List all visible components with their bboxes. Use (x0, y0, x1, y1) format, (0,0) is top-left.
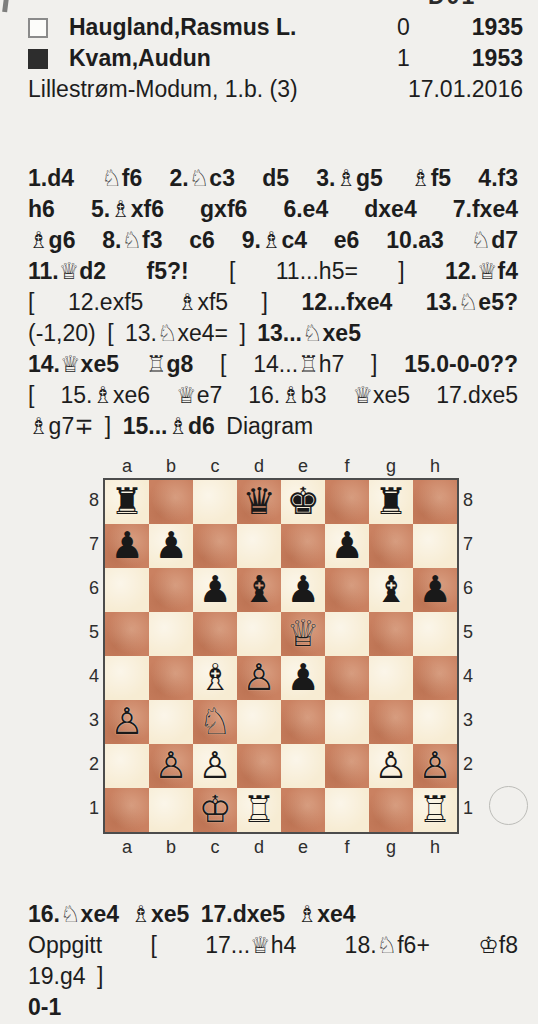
file-label: c (193, 455, 237, 477)
rank-label: 1 (85, 786, 103, 830)
piece-white-knight: ♘ (193, 700, 237, 744)
square-c3: ♘ (193, 700, 237, 744)
rank-label: 3 (459, 698, 477, 742)
piece-black-queen: ♛ (237, 480, 281, 524)
scan-edge-artifact (2, 0, 9, 12)
black-player-name: Kvam,Audun (69, 45, 397, 72)
square-h2: ♙ (413, 744, 457, 788)
notation-line: ♗g7∓ ] 15...♗d6 Diagram (28, 411, 518, 442)
square-f6 (325, 568, 369, 612)
square-h7 (413, 524, 457, 568)
notation-line: 11.♕d2 f5?! [ 11...h5= ] 12.♕f4 (28, 256, 518, 287)
rank-label: 5 (85, 610, 103, 654)
rank-label: 5 (459, 610, 477, 654)
square-d7 (237, 524, 281, 568)
mainline-moves: 15.0-0-0?? (404, 351, 518, 377)
rank-label: 7 (85, 522, 103, 566)
square-a8: ♜ (105, 480, 149, 524)
file-label: b (149, 836, 193, 858)
game-header: Haugland,Rasmus L. 0 1935 Kvam,Audun 1 1… (28, 12, 523, 103)
square-g5 (369, 612, 413, 656)
mainline-moves: ♗g6 8.♘f3 c6 9.♗c4 e6 10.a3 ♘d7 (28, 227, 518, 253)
square-c6: ♟ (193, 568, 237, 612)
piece-black-pawn: ♟ (149, 524, 193, 568)
square-c8 (193, 480, 237, 524)
mainline-moves: 0-1 (28, 994, 61, 1020)
variation-moves: ♗g7∓ ] (28, 413, 123, 439)
square-c2: ♙ (193, 744, 237, 788)
variation-moves: Oppgitt [ 17...♕h4 18.♘f6+ ♔f8 (28, 932, 518, 958)
square-g4 (369, 656, 413, 700)
square-c4: ♗ (193, 656, 237, 700)
file-label: d (237, 836, 281, 858)
file-label: c (193, 836, 237, 858)
square-c1: ♔ (193, 788, 237, 832)
square-d2 (237, 744, 281, 788)
rank-label: 8 (459, 478, 477, 522)
rank-labels-right: 87654321 (459, 478, 477, 834)
square-h4 (413, 656, 457, 700)
white-rating: 1935 (449, 14, 523, 41)
square-h8 (413, 480, 457, 524)
square-g3 (369, 700, 413, 744)
rank-label: 3 (85, 698, 103, 742)
square-f7: ♟ (325, 524, 369, 568)
notation-line: 1.d4 ♘f6 2.♘c3 d5 3.♗g5 ♗f5 4.f3 (28, 163, 518, 194)
square-c7 (193, 524, 237, 568)
file-label: h (413, 836, 457, 858)
rank-label: 2 (459, 742, 477, 786)
file-label: e (281, 455, 325, 477)
piece-black-bishop: ♝ (369, 568, 413, 612)
variation-moves: 19.g4 ] (28, 963, 103, 989)
rank-label: 6 (85, 566, 103, 610)
square-a6 (105, 568, 149, 612)
eco-code: D01 (428, 0, 488, 8)
notation-line: 14.♕xe5 ♖g8 [ 14...♖h7 ] 15.0-0-0?? (28, 349, 518, 380)
square-g2: ♙ (369, 744, 413, 788)
notation-line: [ 15.♗xe6 ♕e7 16.♗b3 ♕xe5 17.dxe5 (28, 380, 518, 411)
piece-white-pawn: ♙ (149, 744, 193, 788)
chess-board: ♜♛♚♜♟♟♟♟♝♟♝♟♕♗♙♟♙♘♙♙♙♙♔♖♖ (103, 478, 459, 834)
black-player-row: Kvam,Audun 1 1953 (28, 43, 523, 74)
variation-moves: (-1,20) [ 13.♘xe4= ] (28, 320, 257, 346)
notation-line: [ 12.exf5 ♗xf5 ] 12...fxe4 13.♘e5? (28, 287, 518, 318)
piece-white-pawn: ♙ (369, 744, 413, 788)
rank-label: 8 (85, 478, 103, 522)
piece-white-pawn: ♙ (237, 656, 281, 700)
notation-line: ♗g6 8.♘f3 c6 9.♗c4 e6 10.a3 ♘d7 (28, 225, 518, 256)
file-labels-top: abcdefgh (105, 455, 477, 477)
mainline-moves: 12.♕f4 (445, 258, 518, 284)
piece-white-pawn: ♙ (105, 700, 149, 744)
scanned-game-page: D01 Haugland,Rasmus L. 0 1935 Kvam,Audun… (0, 0, 538, 1024)
rank-label: 7 (459, 522, 477, 566)
square-a5 (105, 612, 149, 656)
mainline-moves: 12...fxe4 13.♘e5? (302, 289, 519, 315)
piece-white-pawn: ♙ (193, 744, 237, 788)
square-d6: ♝ (237, 568, 281, 612)
square-h3 (413, 700, 457, 744)
square-h1: ♖ (413, 788, 457, 832)
file-label: b (149, 455, 193, 477)
file-labels-bottom: abcdefgh (105, 836, 477, 858)
event-name: Lillestrøm-Modum, 1.b. (3) (28, 76, 298, 103)
piece-black-pawn: ♟ (281, 568, 325, 612)
rank-label: 6 (459, 566, 477, 610)
file-label: g (369, 836, 413, 858)
game-date: 17.01.2016 (408, 76, 523, 103)
square-e2 (281, 744, 325, 788)
square-g8: ♜ (369, 480, 413, 524)
square-e6: ♟ (281, 568, 325, 612)
file-label: h (413, 455, 457, 477)
white-player-row: Haugland,Rasmus L. 0 1935 (28, 12, 523, 43)
white-score: 0 (397, 14, 449, 41)
file-label: e (281, 836, 325, 858)
square-f5 (325, 612, 369, 656)
piece-black-pawn: ♟ (325, 524, 369, 568)
square-e7 (281, 524, 325, 568)
square-b1 (149, 788, 193, 832)
square-f2 (325, 744, 369, 788)
white-player-name: Haugland,Rasmus L. (69, 14, 397, 41)
square-d5 (237, 612, 281, 656)
square-b8 (149, 480, 193, 524)
notation-block-top: 1.d4 ♘f6 2.♘c3 d5 3.♗g5 ♗f5 4.f3h6 5.♗xf… (28, 163, 518, 442)
piece-black-rook: ♜ (369, 480, 413, 524)
piece-black-bishop: ♝ (237, 568, 281, 612)
square-b4 (149, 656, 193, 700)
square-f4 (325, 656, 369, 700)
notation-line: 16.♘xe4 ♗xe5 17.dxe5 ♗xe4 (28, 899, 518, 930)
piece-black-pawn: ♟ (281, 656, 325, 700)
square-a2 (105, 744, 149, 788)
square-b5 (149, 612, 193, 656)
square-a1 (105, 788, 149, 832)
square-b2: ♙ (149, 744, 193, 788)
square-d3 (237, 700, 281, 744)
piece-black-king: ♚ (281, 480, 325, 524)
mainline-moves: 1.d4 ♘f6 2.♘c3 d5 3.♗g5 ♗f5 4.f3 (28, 165, 518, 191)
rank-label: 4 (85, 654, 103, 698)
square-e4: ♟ (281, 656, 325, 700)
square-g7 (369, 524, 413, 568)
file-label: f (325, 455, 369, 477)
square-h5 (413, 612, 457, 656)
square-h6: ♟ (413, 568, 457, 612)
piece-white-rook: ♖ (237, 788, 281, 832)
piece-white-king: ♔ (193, 788, 237, 832)
file-label: a (105, 836, 149, 858)
square-d8: ♛ (237, 480, 281, 524)
rank-labels-left: 87654321 (85, 478, 103, 834)
mainline-moves: 16.♘xe4 ♗xe5 17.dxe5 ♗xe4 (28, 901, 356, 927)
piece-white-queen: ♕ (281, 612, 325, 656)
square-f3 (325, 700, 369, 744)
notation-line: 19.g4 ] (28, 961, 518, 992)
mainline-moves: h6 5.♗xf6 gxf6 6.e4 dxe4 7.fxe4 (28, 196, 518, 222)
square-b6 (149, 568, 193, 612)
file-label: g (369, 455, 413, 477)
square-a3: ♙ (105, 700, 149, 744)
chess-diagram: abcdefgh 87654321 ♜♛♚♜♟♟♟♟♝♟♝♟♕♗♙♟♙♘♙♙♙♙… (85, 455, 477, 858)
notation-line: Oppgitt [ 17...♕h4 18.♘f6+ ♔f8 (28, 930, 518, 961)
notation-block-bottom: 16.♘xe4 ♗xe5 17.dxe5 ♗xe4Oppgitt [ 17...… (28, 899, 518, 1023)
variation-moves: Diagram (215, 413, 313, 439)
rank-label: 1 (459, 786, 477, 830)
square-a7: ♟ (105, 524, 149, 568)
square-g6: ♝ (369, 568, 413, 612)
notation-line: (-1,20) [ 13.♘xe4= ] 13...♘xe5 (28, 318, 518, 349)
black-score: 1 (397, 45, 449, 72)
square-f8 (325, 480, 369, 524)
rank-label: 4 (459, 654, 477, 698)
piece-black-pawn: ♟ (413, 568, 457, 612)
square-g1 (369, 788, 413, 832)
mainline-moves: 11.♕d2 f5?! (28, 258, 189, 284)
square-e3 (281, 700, 325, 744)
piece-white-rook: ♖ (413, 788, 457, 832)
mainline-moves: 13...♘xe5 (257, 320, 361, 346)
black-rating: 1953 (449, 45, 523, 72)
square-b3 (149, 700, 193, 744)
square-e8: ♚ (281, 480, 325, 524)
square-a4 (105, 656, 149, 700)
variation-moves: [ 12.exf5 ♗xf5 ] (28, 289, 302, 315)
piece-white-pawn: ♙ (413, 744, 457, 788)
piece-white-bishop: ♗ (193, 656, 237, 700)
rank-label: 2 (85, 742, 103, 786)
file-label: f (325, 836, 369, 858)
notation-line: 0-1 (28, 992, 518, 1023)
piece-black-pawn: ♟ (105, 524, 149, 568)
file-label: d (237, 455, 281, 477)
mainline-moves: 14.♕xe5 ♖g8 (28, 351, 193, 377)
file-label: a (105, 455, 149, 477)
square-d4: ♙ (237, 656, 281, 700)
square-e5: ♕ (281, 612, 325, 656)
variation-moves: [ 15.♗xe6 ♕e7 16.♗b3 ♕xe5 17.dxe5 (28, 382, 518, 408)
square-b7: ♟ (149, 524, 193, 568)
variation-moves: [ 11...h5= ] (189, 258, 445, 284)
black-color-icon (28, 49, 48, 69)
square-e1 (281, 788, 325, 832)
square-d1: ♖ (237, 788, 281, 832)
piece-black-rook: ♜ (105, 480, 149, 524)
punch-hole-mark (489, 786, 528, 825)
event-row: Lillestrøm-Modum, 1.b. (3) 17.01.2016 (28, 76, 523, 103)
square-c5 (193, 612, 237, 656)
white-color-icon (28, 18, 48, 38)
square-f1 (325, 788, 369, 832)
notation-line: h6 5.♗xf6 gxf6 6.e4 dxe4 7.fxe4 (28, 194, 518, 225)
eco-code-clipped: D01 (428, 0, 488, 8)
piece-black-pawn: ♟ (193, 568, 237, 612)
variation-moves: [ 14...♖h7 ] (193, 351, 404, 377)
mainline-moves: 15...♗d6 (123, 413, 215, 439)
